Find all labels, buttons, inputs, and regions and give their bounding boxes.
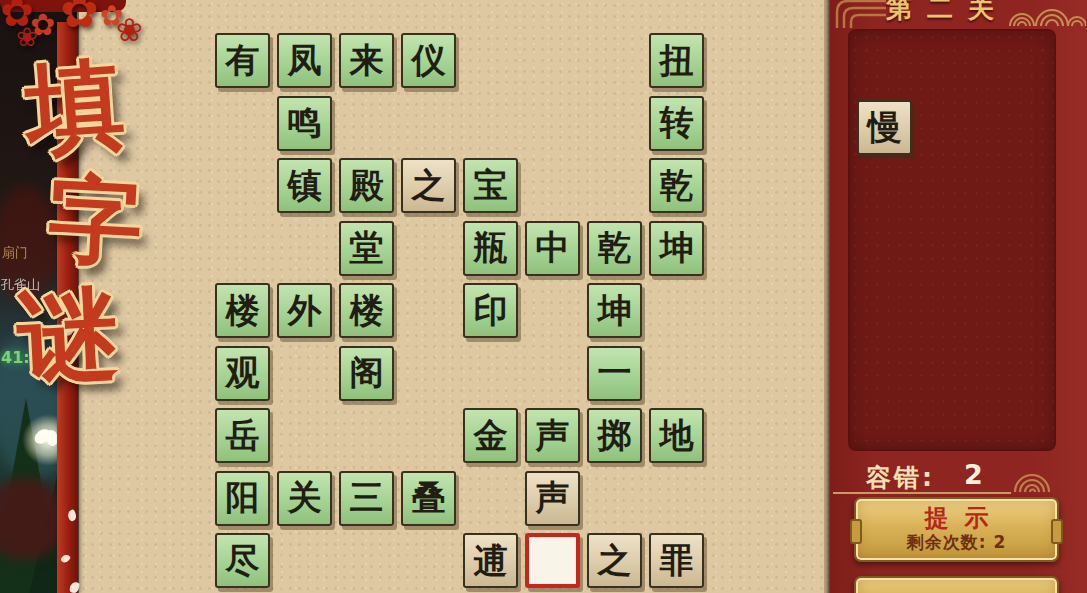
board-tile: 镇	[277, 158, 332, 213]
board-tile: 乾	[649, 158, 704, 213]
board-tile: 阁	[339, 346, 394, 401]
background-sign-text: 扇门	[2, 244, 28, 262]
flower-icon: ❀	[116, 14, 143, 46]
spiral-icon	[1012, 458, 1054, 494]
board-tile: 堂	[339, 221, 394, 276]
board-tile: 殿	[339, 158, 394, 213]
clouds-icon	[1006, 0, 1086, 30]
hint-remaining-count: 剩余次数: 2	[907, 531, 1007, 554]
board-tile: 岳	[215, 408, 270, 463]
board-tile: 仪	[401, 33, 456, 88]
cloud-lines-icon	[832, 0, 888, 30]
board-tile: 扭	[649, 33, 704, 88]
board-tile[interactable]: 之	[401, 158, 456, 213]
game-title-char: 字	[46, 172, 145, 271]
board-tile: 一	[587, 346, 642, 401]
board-tile: 来	[339, 33, 394, 88]
board-tile: 声	[525, 408, 580, 463]
board-tile: 鸣	[277, 96, 332, 151]
board-tile: 坤	[587, 283, 642, 338]
board-tile: 楼	[215, 283, 270, 338]
hint-button-label: 提示	[909, 505, 1005, 531]
board-tile: 坤	[649, 221, 704, 276]
board-tile: 叠	[401, 471, 456, 526]
game-screen: { "game": "Chinese crossword fill-in puz…	[0, 0, 1087, 593]
flower-icon: ❀	[16, 24, 38, 50]
board-tile: 外	[277, 283, 332, 338]
board-tile: 印	[463, 283, 518, 338]
level-title: 第二关	[886, 0, 1009, 26]
error-tolerance-value: 2	[964, 459, 983, 490]
board-tile: 掷	[587, 408, 642, 463]
board-tile: 楼	[339, 283, 394, 338]
board-tile: 尽	[215, 533, 270, 588]
board-tile[interactable]: 之	[587, 533, 642, 588]
secondary-button-partial[interactable]	[854, 576, 1059, 593]
board: 有凤来仪扭鸣转镇殿之宝乾堂瓶中乾坤楼外楼印坤观阁一岳金声掷地阳关三叠声尽逋之罪	[215, 33, 704, 588]
board-slot-selected[interactable]	[525, 533, 580, 588]
game-title-char: 谜	[15, 283, 120, 388]
board-tile: 凤	[277, 33, 332, 88]
board-tile: 关	[277, 471, 332, 526]
board-tile: 乾	[587, 221, 642, 276]
board-tile: 瓶	[463, 221, 518, 276]
board-tile[interactable]: 逋	[463, 533, 518, 588]
board-tile: 转	[649, 96, 704, 151]
hint-button[interactable]: 提示 剩余次数: 2	[854, 497, 1059, 562]
board-tile: 有	[215, 33, 270, 88]
board-tile: 三	[339, 471, 394, 526]
board-tile[interactable]: 罪	[649, 533, 704, 588]
board-tile: 宝	[463, 158, 518, 213]
board-tile: 阳	[215, 471, 270, 526]
board-tile: 中	[525, 221, 580, 276]
board-tile: 地	[649, 408, 704, 463]
board-tile[interactable]: 声	[525, 471, 580, 526]
board-tile: 观	[215, 346, 270, 401]
petal-icon	[66, 509, 77, 522]
error-tolerance-label: 容错:	[866, 461, 935, 494]
tray-tile[interactable]: 慢	[857, 100, 912, 155]
petal-icon	[60, 553, 71, 564]
tile-tray	[848, 29, 1056, 451]
board-tile: 金	[463, 408, 518, 463]
game-title-char: 填	[23, 55, 128, 160]
divider-line	[833, 492, 1011, 494]
flower-icon: ✿	[60, 0, 99, 34]
